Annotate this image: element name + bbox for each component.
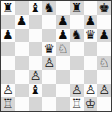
square-a1[interactable]: ♖ [1, 97, 15, 111]
square-f4[interactable] [70, 56, 84, 70]
square-d2[interactable] [42, 84, 56, 98]
square-c3[interactable]: ♙ [29, 70, 43, 84]
square-e1[interactable] [56, 97, 70, 111]
square-g4[interactable] [84, 56, 98, 70]
piece-white-pawn[interactable]: ♙ [99, 84, 110, 97]
square-b4[interactable] [15, 56, 29, 70]
square-g7[interactable]: ♟ [84, 15, 98, 29]
piece-white-pawn[interactable]: ♙ [44, 56, 55, 69]
square-f3[interactable] [70, 70, 84, 84]
square-c4[interactable] [29, 56, 43, 70]
square-a5[interactable] [1, 42, 15, 56]
piece-black-king[interactable]: ♚ [99, 1, 110, 14]
square-d7[interactable] [42, 15, 56, 29]
square-d4[interactable]: ♙ [42, 56, 56, 70]
piece-black-pawn[interactable]: ♟ [85, 15, 96, 28]
square-a3[interactable] [1, 70, 15, 84]
piece-white-rook[interactable]: ♖ [71, 97, 82, 110]
square-h3[interactable] [97, 70, 111, 84]
square-c6[interactable] [29, 29, 43, 43]
square-b7[interactable]: ♟ [15, 15, 29, 29]
square-d8[interactable]: ♞ [42, 1, 56, 15]
piece-black-knight[interactable]: ♞ [44, 1, 55, 14]
square-e7[interactable]: ♟ [56, 15, 70, 29]
square-e2[interactable] [56, 84, 70, 98]
piece-black-queen[interactable]: ♛ [44, 42, 55, 55]
piece-white-knight[interactable]: ♘ [99, 56, 110, 69]
piece-black-pawn[interactable]: ♟ [99, 29, 110, 42]
piece-white-rook[interactable]: ♖ [2, 97, 13, 110]
piece-black-rook[interactable]: ♜ [2, 1, 13, 14]
square-d5[interactable]: ♛ [42, 42, 56, 56]
square-c1[interactable] [29, 97, 43, 111]
square-f5[interactable] [70, 42, 84, 56]
piece-white-king[interactable]: ♔ [85, 97, 96, 110]
square-b6[interactable] [15, 29, 29, 43]
piece-black-queen[interactable]: ♛ [85, 29, 96, 42]
chess-diagram: ♜♝♞♜♚♟♟♟♟♟♞♛♟♛♘♙♘♙♙♝♙♙♙♖♖♔ [0, 0, 112, 115]
piece-black-bishop[interactable]: ♝ [30, 1, 41, 14]
square-d3[interactable] [42, 70, 56, 84]
piece-black-pawn[interactable]: ♟ [2, 29, 13, 42]
square-b2[interactable] [15, 84, 29, 98]
chess-board: ♜♝♞♜♚♟♟♟♟♟♞♛♟♛♘♙♘♙♙♝♙♙♙♖♖♔ [0, 0, 112, 112]
square-e3[interactable] [56, 70, 70, 84]
square-c2[interactable]: ♝ [29, 84, 43, 98]
piece-white-pawn[interactable]: ♙ [71, 84, 82, 97]
square-h8[interactable]: ♚ [97, 1, 111, 15]
square-e8[interactable] [56, 1, 70, 15]
square-b3[interactable] [15, 70, 29, 84]
square-h4[interactable]: ♘ [97, 56, 111, 70]
square-c7[interactable] [29, 15, 43, 29]
square-g6[interactable]: ♛ [84, 29, 98, 43]
square-g8[interactable] [84, 1, 98, 15]
piece-white-pawn[interactable]: ♙ [2, 84, 13, 97]
square-g3[interactable] [84, 70, 98, 84]
square-f2[interactable]: ♙ [70, 84, 84, 98]
square-b1[interactable] [15, 97, 29, 111]
square-a8[interactable]: ♜ [1, 1, 15, 15]
square-d1[interactable] [42, 97, 56, 111]
piece-white-pawn[interactable]: ♙ [30, 70, 41, 83]
square-f7[interactable] [70, 15, 84, 29]
piece-black-pawn[interactable]: ♟ [57, 15, 68, 28]
piece-white-pawn[interactable]: ♙ [85, 84, 96, 97]
square-f1[interactable]: ♖ [70, 97, 84, 111]
square-e6[interactable]: ♟ [56, 29, 70, 43]
square-h1[interactable] [97, 97, 111, 111]
square-a4[interactable] [1, 56, 15, 70]
square-h5[interactable] [97, 42, 111, 56]
square-g1[interactable]: ♔ [84, 97, 98, 111]
piece-black-knight[interactable]: ♞ [71, 29, 82, 42]
square-a2[interactable]: ♙ [1, 84, 15, 98]
piece-black-pawn[interactable]: ♟ [57, 29, 68, 42]
square-f6[interactable]: ♞ [70, 29, 84, 43]
square-h7[interactable] [97, 15, 111, 29]
square-c5[interactable] [29, 42, 43, 56]
square-h2[interactable]: ♙ [97, 84, 111, 98]
piece-black-rook[interactable]: ♜ [71, 1, 82, 14]
square-g5[interactable] [84, 42, 98, 56]
square-a6[interactable]: ♟ [1, 29, 15, 43]
square-c8[interactable]: ♝ [29, 1, 43, 15]
piece-black-pawn[interactable]: ♟ [16, 15, 27, 28]
square-e4[interactable] [56, 56, 70, 70]
square-a7[interactable] [1, 15, 15, 29]
piece-black-bishop[interactable]: ♝ [30, 84, 41, 97]
piece-white-knight[interactable]: ♘ [57, 42, 68, 55]
square-d6[interactable] [42, 29, 56, 43]
square-h6[interactable]: ♟ [97, 29, 111, 43]
square-e5[interactable]: ♘ [56, 42, 70, 56]
square-b5[interactable] [15, 42, 29, 56]
square-g2[interactable]: ♙ [84, 84, 98, 98]
square-b8[interactable] [15, 1, 29, 15]
square-f8[interactable]: ♜ [70, 1, 84, 15]
